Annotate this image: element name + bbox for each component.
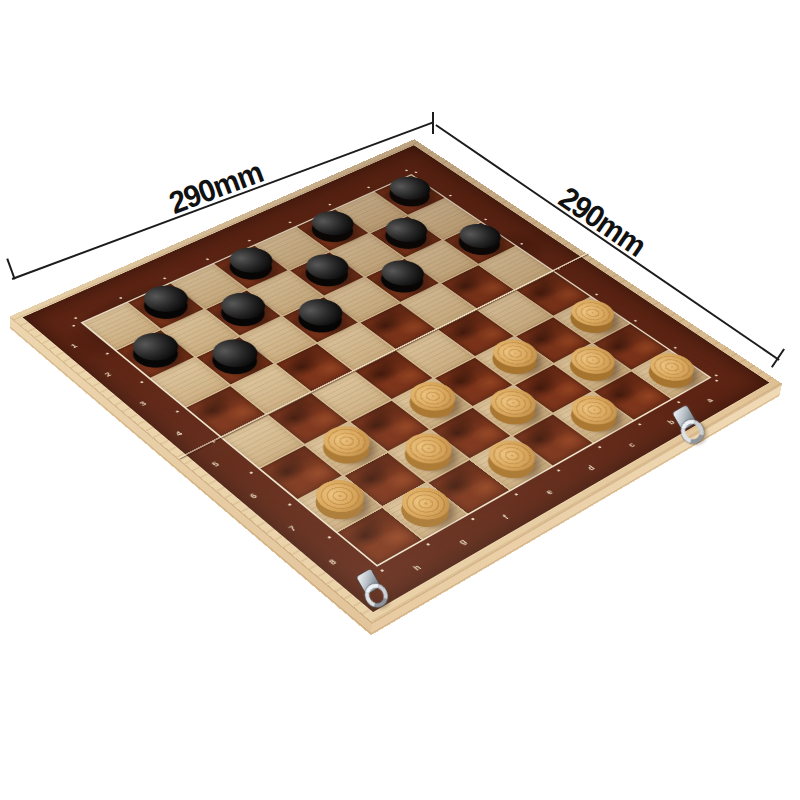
dimension-tick-top-junction [432, 112, 434, 134]
piece-top [641, 348, 703, 387]
checkers-board: 12345678hgfedcba [10, 139, 782, 622]
dimension-tick-left-end [6, 258, 15, 279]
dimension-tick-right-end [771, 348, 785, 367]
product-photo-canvas: 290mm 290mm 12345678hgfedcba [0, 0, 800, 800]
piece-top [562, 390, 626, 431]
